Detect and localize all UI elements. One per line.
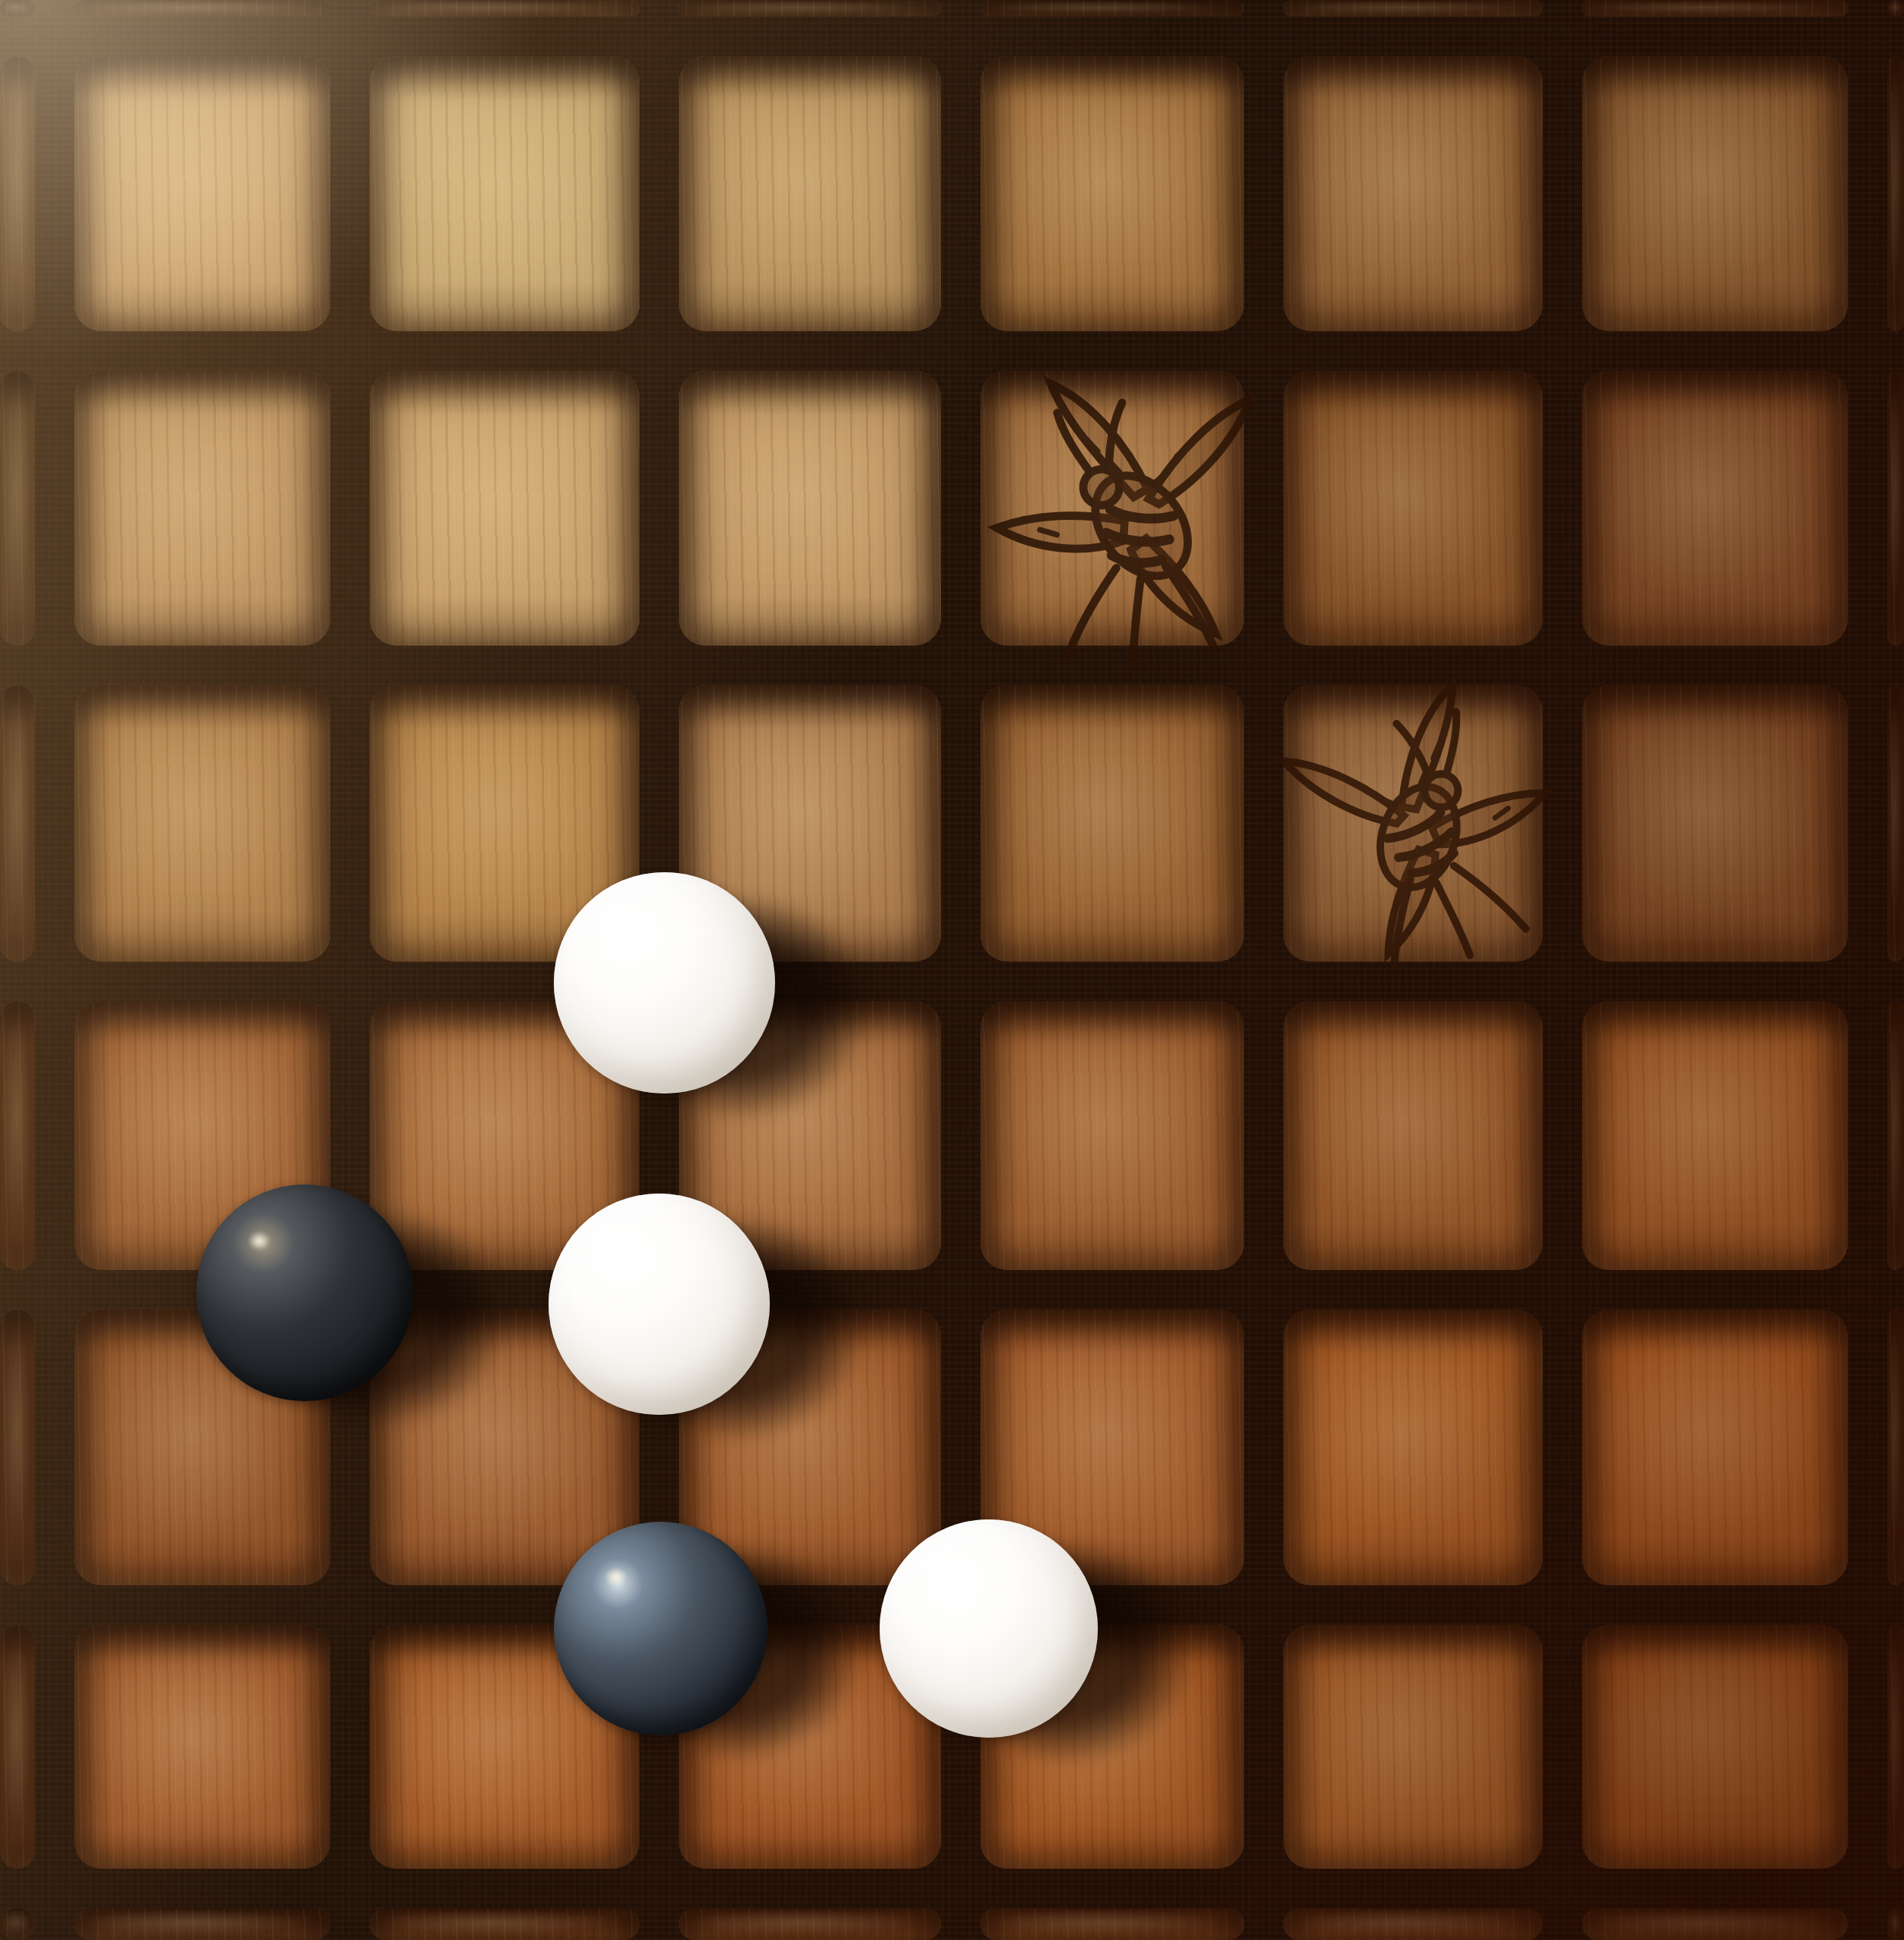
- board-cell: [1283, 1001, 1543, 1270]
- board-cell: [0, 0, 35, 17]
- bee-pyrography-upper: [951, 334, 1311, 694]
- board-cell: [980, 0, 1244, 17]
- board-cell: [1887, 56, 1904, 331]
- board-cell: [0, 371, 35, 646]
- board-cell: [74, 685, 330, 962]
- board-cell: [1887, 0, 1904, 17]
- white-stone[interactable]: ○: [554, 872, 775, 1094]
- board-cell: [1887, 1625, 1904, 1869]
- board-cell: [980, 685, 1244, 962]
- board-cell: [679, 371, 941, 646]
- bee-icon: [951, 334, 1311, 694]
- board-cell: [370, 0, 639, 17]
- go-board-photo: Overhead photograph of a handmade carved…: [0, 0, 1904, 1940]
- board-cell: [1582, 1001, 1848, 1270]
- board-cell: [0, 56, 35, 331]
- black-stone[interactable]: ●: [196, 1184, 413, 1401]
- board-cell: [0, 1309, 35, 1585]
- board-cell: [370, 56, 639, 331]
- board-cell: [1283, 1908, 1543, 1940]
- board-cell: [1582, 1309, 1848, 1585]
- white-stone[interactable]: ○: [880, 1519, 1098, 1738]
- board-cell: [679, 56, 941, 331]
- board-cell: [1582, 1908, 1848, 1940]
- board-cell: [0, 685, 35, 962]
- board-cell: [1887, 685, 1904, 962]
- board-cell: [1283, 1625, 1543, 1869]
- board-cell: [1283, 0, 1543, 17]
- board-cell: [1887, 1309, 1904, 1585]
- board-cell: [370, 1908, 639, 1940]
- stone-highlight: [244, 1228, 274, 1253]
- board-cell: [1283, 1309, 1543, 1585]
- board-cell: [74, 371, 330, 646]
- board-cell: [1582, 685, 1848, 962]
- board-cell: [679, 1908, 941, 1940]
- board-cell: [1582, 1625, 1848, 1869]
- board-cell: [679, 0, 941, 17]
- board-cell: [1887, 1908, 1904, 1940]
- stone-highlight: [601, 1564, 630, 1590]
- board-cell: [74, 1908, 330, 1940]
- board-cell: [980, 1908, 1244, 1940]
- board-cell: [370, 371, 639, 646]
- board-cell: [1283, 371, 1543, 646]
- board-cell: [1887, 371, 1904, 646]
- board-cell: [980, 56, 1244, 331]
- board-cell: [0, 1908, 35, 1940]
- board-cell: [1582, 371, 1848, 646]
- board-cell: [980, 1001, 1244, 1270]
- board-cell: [1582, 0, 1848, 17]
- board-cell: [0, 1001, 35, 1270]
- white-stone[interactable]: ○: [549, 1194, 770, 1415]
- board-cell: [1283, 56, 1543, 331]
- board-cell: [74, 0, 330, 17]
- board-cell: [1582, 56, 1848, 331]
- board-cell: [74, 56, 330, 331]
- board-cell: [1887, 1001, 1904, 1270]
- board-cell: [0, 1625, 35, 1869]
- board-cell: [74, 1625, 330, 1869]
- black-stone[interactable]: ●: [554, 1522, 768, 1735]
